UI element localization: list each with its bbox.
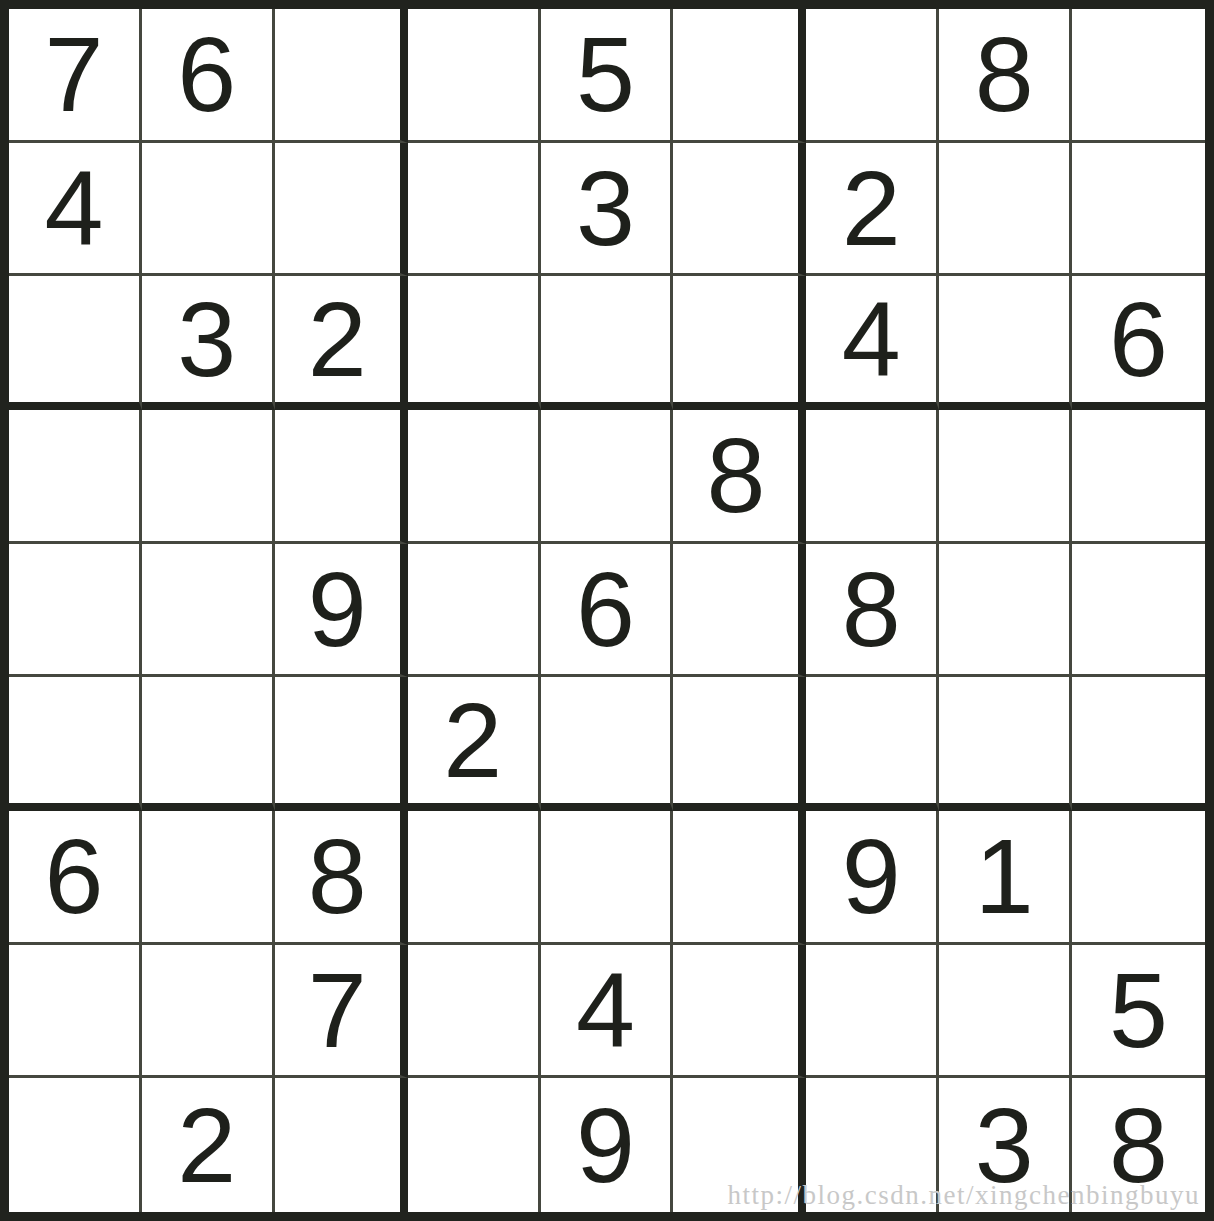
cell-r9c3[interactable] bbox=[275, 1078, 408, 1212]
cell-r2c1[interactable]: 4 bbox=[9, 143, 142, 277]
cell-r5c4[interactable] bbox=[408, 544, 541, 678]
cell-r1c2[interactable]: 6 bbox=[142, 9, 275, 143]
cell-r8c1[interactable] bbox=[9, 945, 142, 1079]
cell-r3c8[interactable] bbox=[939, 276, 1072, 410]
cell-r7c3[interactable]: 8 bbox=[275, 811, 408, 945]
cell-r2c4[interactable] bbox=[408, 143, 541, 277]
cell-r3c2[interactable]: 3 bbox=[142, 276, 275, 410]
cell-r5c8[interactable] bbox=[939, 544, 1072, 678]
cell-r1c7[interactable] bbox=[806, 9, 939, 143]
cell-r9c7[interactable] bbox=[806, 1078, 939, 1212]
cell-r4c9[interactable] bbox=[1072, 410, 1205, 544]
cell-r2c5[interactable]: 3 bbox=[541, 143, 674, 277]
cell-r8c2[interactable] bbox=[142, 945, 275, 1079]
cell-r1c5[interactable]: 5 bbox=[541, 9, 674, 143]
cell-r8c8[interactable] bbox=[939, 945, 1072, 1079]
cell-r2c9[interactable] bbox=[1072, 143, 1205, 277]
cell-r3c9[interactable]: 6 bbox=[1072, 276, 1205, 410]
cell-r2c7[interactable]: 2 bbox=[806, 143, 939, 277]
cell-r6c7[interactable] bbox=[806, 677, 939, 811]
cell-r5c9[interactable] bbox=[1072, 544, 1205, 678]
sudoku-board: 765843232468968268917452938 bbox=[0, 0, 1214, 1221]
cell-r7c8[interactable]: 1 bbox=[939, 811, 1072, 945]
cell-r3c6[interactable] bbox=[673, 276, 806, 410]
cell-r7c7[interactable]: 9 bbox=[806, 811, 939, 945]
cell-r4c6[interactable]: 8 bbox=[673, 410, 806, 544]
cell-r8c9[interactable]: 5 bbox=[1072, 945, 1205, 1079]
cell-r3c3[interactable]: 2 bbox=[275, 276, 408, 410]
cell-r6c1[interactable] bbox=[9, 677, 142, 811]
cell-r7c1[interactable]: 6 bbox=[9, 811, 142, 945]
cell-r1c1[interactable]: 7 bbox=[9, 9, 142, 143]
cell-r2c2[interactable] bbox=[142, 143, 275, 277]
cell-r8c5[interactable]: 4 bbox=[541, 945, 674, 1079]
cell-r4c1[interactable] bbox=[9, 410, 142, 544]
cell-r6c5[interactable] bbox=[541, 677, 674, 811]
cell-r1c8[interactable]: 8 bbox=[939, 9, 1072, 143]
cell-r2c3[interactable] bbox=[275, 143, 408, 277]
cell-r9c2[interactable]: 2 bbox=[142, 1078, 275, 1212]
cell-r6c8[interactable] bbox=[939, 677, 1072, 811]
cell-r4c5[interactable] bbox=[541, 410, 674, 544]
cell-r8c6[interactable] bbox=[673, 945, 806, 1079]
cell-r9c9[interactable]: 8 bbox=[1072, 1078, 1205, 1212]
cell-r9c1[interactable] bbox=[9, 1078, 142, 1212]
cell-r7c2[interactable] bbox=[142, 811, 275, 945]
cell-r4c2[interactable] bbox=[142, 410, 275, 544]
cell-r4c8[interactable] bbox=[939, 410, 1072, 544]
cell-r8c4[interactable] bbox=[408, 945, 541, 1079]
cell-r5c7[interactable]: 8 bbox=[806, 544, 939, 678]
cell-r6c4[interactable]: 2 bbox=[408, 677, 541, 811]
cell-r4c4[interactable] bbox=[408, 410, 541, 544]
cell-r5c5[interactable]: 6 bbox=[541, 544, 674, 678]
cell-r9c4[interactable] bbox=[408, 1078, 541, 1212]
cell-r1c4[interactable] bbox=[408, 9, 541, 143]
cell-r2c6[interactable] bbox=[673, 143, 806, 277]
cell-r6c3[interactable] bbox=[275, 677, 408, 811]
cell-r1c9[interactable] bbox=[1072, 9, 1205, 143]
cell-r7c6[interactable] bbox=[673, 811, 806, 945]
cell-r5c6[interactable] bbox=[673, 544, 806, 678]
cell-r8c7[interactable] bbox=[806, 945, 939, 1079]
cell-r3c1[interactable] bbox=[9, 276, 142, 410]
cell-r6c6[interactable] bbox=[673, 677, 806, 811]
cell-r1c6[interactable] bbox=[673, 9, 806, 143]
cell-r7c5[interactable] bbox=[541, 811, 674, 945]
cell-r7c4[interactable] bbox=[408, 811, 541, 945]
cell-r5c3[interactable]: 9 bbox=[275, 544, 408, 678]
cell-r2c8[interactable] bbox=[939, 143, 1072, 277]
cell-r4c7[interactable] bbox=[806, 410, 939, 544]
cell-r6c9[interactable] bbox=[1072, 677, 1205, 811]
cell-r1c3[interactable] bbox=[275, 9, 408, 143]
cell-r6c2[interactable] bbox=[142, 677, 275, 811]
cell-r9c5[interactable]: 9 bbox=[541, 1078, 674, 1212]
cell-r3c7[interactable]: 4 bbox=[806, 276, 939, 410]
cell-r5c2[interactable] bbox=[142, 544, 275, 678]
cell-r9c8[interactable]: 3 bbox=[939, 1078, 1072, 1212]
cell-r8c3[interactable]: 7 bbox=[275, 945, 408, 1079]
cell-r5c1[interactable] bbox=[9, 544, 142, 678]
cell-r9c6[interactable] bbox=[673, 1078, 806, 1212]
cell-r3c4[interactable] bbox=[408, 276, 541, 410]
sudoku-page: 765843232468968268917452938 http://blog.… bbox=[0, 0, 1214, 1221]
cell-r3c5[interactable] bbox=[541, 276, 674, 410]
cell-r4c3[interactable] bbox=[275, 410, 408, 544]
cell-r7c9[interactable] bbox=[1072, 811, 1205, 945]
